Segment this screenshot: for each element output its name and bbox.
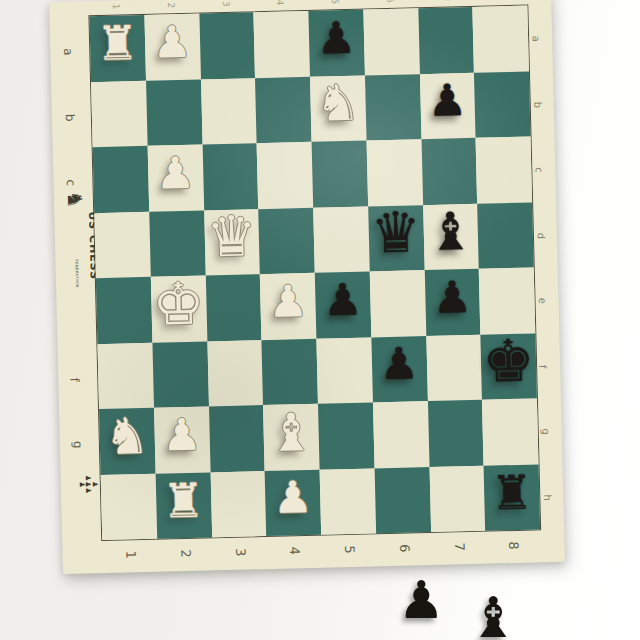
black-pawn-b7: ♟ bbox=[427, 78, 468, 123]
square-e2: ♚ bbox=[151, 275, 207, 342]
vinyl-chess-mat: 12345678 12345678 abcfg abcdefgh ♞ US CH… bbox=[49, 0, 565, 574]
square-f5 bbox=[316, 337, 372, 404]
right-label-f: f bbox=[537, 364, 548, 368]
black-bishop-d7: ♝ bbox=[427, 205, 475, 258]
white-rook-h2: ♜ bbox=[162, 476, 205, 524]
square-g2: ♟ bbox=[154, 406, 210, 473]
black-pawn-f6: ♟ bbox=[379, 342, 420, 387]
square-f2 bbox=[152, 341, 208, 408]
left-label-b: b bbox=[63, 113, 77, 121]
square-c5 bbox=[312, 141, 368, 208]
square-a7 bbox=[418, 7, 474, 74]
square-b8 bbox=[474, 71, 530, 138]
square-c7 bbox=[421, 138, 477, 205]
square-h8: ♜ bbox=[484, 464, 540, 531]
top-label-4: 4 bbox=[275, 0, 285, 6]
bottom-label-1: 1 bbox=[123, 551, 138, 560]
square-a5: ♟ bbox=[308, 10, 364, 77]
white-pawn-a2: ♟ bbox=[152, 19, 193, 64]
white-king-e2: ♚ bbox=[152, 274, 205, 333]
white-rook-a1: ♜ bbox=[96, 19, 139, 67]
square-g8 bbox=[482, 398, 538, 465]
white-pawn-g2: ♟ bbox=[162, 412, 203, 457]
square-e1 bbox=[96, 277, 152, 344]
square-g5 bbox=[318, 402, 374, 469]
right-label-h: h bbox=[542, 494, 553, 501]
square-b2 bbox=[146, 79, 202, 146]
top-label-6: 6 bbox=[385, 0, 395, 3]
square-f6: ♟ bbox=[371, 336, 427, 403]
bottom-label-8: 8 bbox=[506, 541, 521, 550]
square-h7 bbox=[429, 465, 485, 532]
left-label-f: f bbox=[67, 377, 81, 382]
left-label-g: g bbox=[71, 441, 85, 449]
bottom-label-2: 2 bbox=[178, 549, 193, 558]
square-f8: ♚ bbox=[481, 333, 537, 400]
square-g7 bbox=[427, 400, 483, 467]
right-label-d: d bbox=[536, 232, 547, 239]
square-f1 bbox=[97, 342, 153, 409]
square-f4 bbox=[262, 338, 318, 405]
square-c8 bbox=[476, 136, 532, 203]
top-label-5: 5 bbox=[330, 0, 340, 4]
right-label-a: a bbox=[531, 36, 542, 42]
white-knight-b5: ♞ bbox=[315, 78, 361, 129]
square-g3 bbox=[209, 405, 265, 472]
square-e4: ♟ bbox=[260, 273, 316, 340]
square-a4 bbox=[254, 11, 310, 78]
square-c3 bbox=[202, 143, 258, 210]
square-e7: ♟ bbox=[424, 269, 480, 336]
square-d8 bbox=[477, 202, 533, 269]
bottom-label-3: 3 bbox=[233, 548, 248, 557]
bottom-label-4: 4 bbox=[287, 547, 302, 556]
square-b1 bbox=[91, 80, 147, 147]
black-pawn-e5: ♟ bbox=[323, 277, 364, 322]
square-e5: ♟ bbox=[315, 271, 371, 338]
top-label-3: 3 bbox=[220, 1, 230, 7]
us-chess-logo: ♞ US CHESS FEDERATION bbox=[58, 189, 93, 249]
square-h6 bbox=[374, 467, 430, 534]
square-d5 bbox=[313, 206, 369, 273]
square-h3 bbox=[210, 471, 266, 538]
square-c4 bbox=[257, 142, 313, 209]
square-c2: ♟ bbox=[147, 145, 203, 212]
square-g6 bbox=[373, 401, 429, 468]
black-rook-h8: ♜ bbox=[490, 468, 533, 516]
square-d6: ♛ bbox=[368, 205, 424, 272]
black-king-f8: ♚ bbox=[482, 332, 535, 391]
square-d1 bbox=[94, 211, 150, 278]
top-label-7: 7 bbox=[439, 0, 449, 2]
white-bishop-g4: ♝ bbox=[267, 406, 315, 459]
bottom-label-5: 5 bbox=[342, 545, 357, 554]
square-b4 bbox=[255, 76, 311, 143]
pawn-diamond-logo: ♟♟♟♟♟ bbox=[68, 469, 99, 500]
top-label-2: 2 bbox=[166, 2, 176, 8]
square-d4 bbox=[258, 207, 314, 274]
square-c1 bbox=[93, 146, 149, 213]
square-b6 bbox=[365, 74, 421, 141]
square-e3 bbox=[205, 274, 261, 341]
square-a8 bbox=[473, 6, 529, 73]
captured-black-pawn-1: ♟ bbox=[398, 574, 445, 626]
white-pawn-c2: ♟ bbox=[155, 150, 196, 195]
table-photo: { "game": "chess", "scene": "Overhead ph… bbox=[0, 0, 640, 640]
black-pawn-a5: ♟ bbox=[316, 15, 357, 60]
square-d2 bbox=[149, 210, 205, 277]
square-h2: ♜ bbox=[155, 472, 211, 539]
square-e6 bbox=[370, 270, 426, 337]
us-chess-knight-icon: ♞ bbox=[65, 190, 85, 208]
black-pawn-e7: ♟ bbox=[432, 275, 473, 320]
square-g4: ♝ bbox=[263, 404, 319, 471]
square-f7 bbox=[426, 334, 482, 401]
square-h1 bbox=[101, 473, 157, 540]
right-label-e: e bbox=[537, 298, 548, 304]
square-a1: ♜ bbox=[89, 15, 145, 82]
right-label-b: b bbox=[532, 101, 543, 108]
square-a3 bbox=[199, 12, 255, 79]
chess-board: ♜♟♟♞♟♟♛♛♝♚♟♟♟♟♚♞♟♝♜♟♜ bbox=[89, 6, 540, 541]
square-c6 bbox=[366, 139, 422, 206]
left-label-c: c bbox=[64, 179, 78, 186]
left-label-a: a bbox=[61, 48, 75, 56]
us-chess-logo-tagline: FEDERATION bbox=[74, 260, 79, 288]
square-a2: ♟ bbox=[144, 14, 200, 81]
square-h4: ♟ bbox=[265, 469, 321, 536]
square-a6 bbox=[363, 8, 419, 75]
square-h5 bbox=[320, 468, 376, 535]
square-b5: ♞ bbox=[310, 75, 366, 142]
bottom-label-7: 7 bbox=[452, 543, 467, 552]
top-label-1: 1 bbox=[111, 4, 121, 10]
right-label-c: c bbox=[534, 167, 545, 173]
white-knight-g1: ♞ bbox=[104, 411, 150, 462]
square-b3 bbox=[201, 78, 257, 145]
square-d7: ♝ bbox=[423, 203, 479, 270]
square-b7: ♟ bbox=[419, 72, 475, 139]
white-pawn-h4: ♟ bbox=[273, 475, 314, 520]
right-label-g: g bbox=[540, 428, 551, 435]
captured-black-bishop-2: ♝ bbox=[468, 590, 518, 640]
bottom-label-6: 6 bbox=[397, 544, 412, 553]
black-queen-d6: ♛ bbox=[370, 204, 422, 261]
square-d3: ♛ bbox=[204, 209, 260, 276]
white-queen-d3: ♛ bbox=[206, 208, 258, 265]
square-g1: ♞ bbox=[99, 408, 155, 475]
square-e8 bbox=[479, 267, 535, 334]
square-f3 bbox=[207, 340, 263, 407]
white-pawn-e4: ♟ bbox=[268, 279, 309, 324]
